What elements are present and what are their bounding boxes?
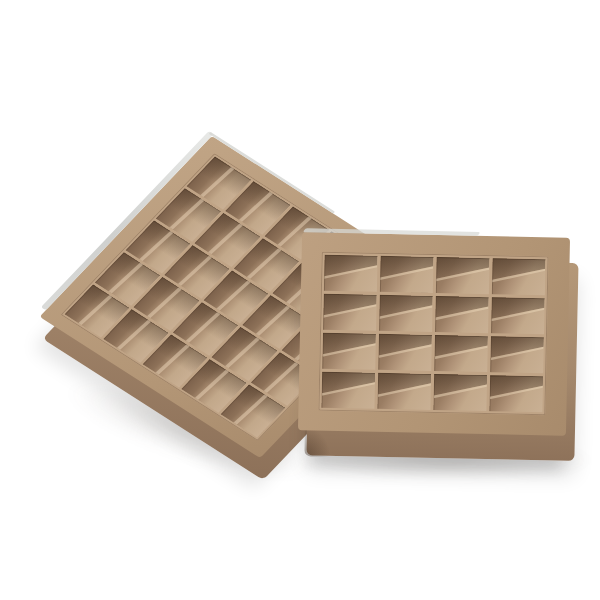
tray-cell (378, 334, 432, 371)
tray-cell (322, 333, 376, 370)
tray-cell (491, 297, 545, 334)
tray-cell (323, 294, 377, 331)
tray-cell (379, 295, 433, 332)
tray-cell (434, 335, 488, 372)
tray-cell (490, 336, 544, 373)
front-tray-grid (318, 252, 548, 416)
tray-cell (433, 374, 487, 411)
front-tray-top (298, 232, 570, 436)
front-tray (298, 232, 570, 436)
tray-cell (436, 257, 490, 294)
product-photo (0, 0, 600, 600)
tray-cell (380, 256, 434, 293)
tray-cell (321, 372, 375, 409)
tray-cell (435, 296, 489, 333)
tray-cell (324, 255, 378, 292)
tray-cell (489, 375, 543, 412)
tray-cell (492, 258, 546, 295)
tray-cell (377, 373, 431, 410)
